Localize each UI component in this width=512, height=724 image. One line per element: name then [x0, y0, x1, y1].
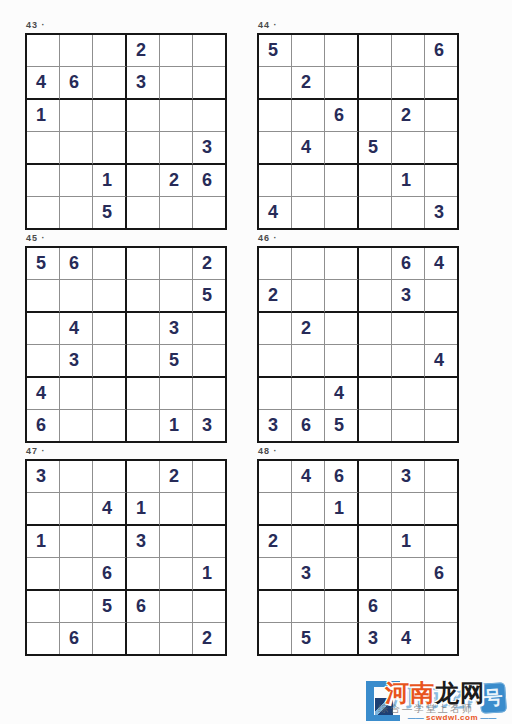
- watermark-logo-inner-icon: [375, 698, 393, 715]
- puzzle-block-43: 43 ·2463131265: [25, 20, 227, 230]
- p43-cell-r5c5: 2: [160, 165, 193, 197]
- sudoku-grid-44: 5626245143: [257, 33, 459, 230]
- p43-cell-r4c3: [93, 132, 127, 165]
- p46-cell-r6c3: 5: [325, 410, 359, 441]
- p47-cell-r6c6: 2: [193, 623, 225, 654]
- p46-cell-r5c3: 4: [325, 378, 359, 410]
- p43-cell-r1c3: [93, 35, 127, 67]
- p47-cell-r3c6: [193, 526, 225, 558]
- p47-cell-r3c2: [60, 526, 93, 558]
- p47-cell-r4c2: [60, 558, 93, 591]
- p47-cell-r4c1: [27, 558, 60, 591]
- p45-cell-r3c2: 4: [60, 313, 93, 345]
- p45-cell-r5c5: [160, 378, 193, 410]
- p48-cell-r1c2: 4: [292, 461, 325, 493]
- p43-cell-r6c3: 5: [93, 197, 127, 228]
- p47-cell-r6c1: [27, 623, 60, 654]
- p46-cell-r1c3: [325, 248, 359, 280]
- p46-cell-r3c6: [425, 313, 457, 345]
- sudoku-grid-45: 562543354613: [25, 246, 227, 443]
- p46-cell-r1c6: 4: [425, 248, 457, 280]
- p44-cell-r4c5: [392, 132, 425, 165]
- puzzle-block-48: 48 ·463121366534: [257, 446, 459, 656]
- p45-cell-r5c3: [93, 378, 127, 410]
- p43-cell-r3c5: [160, 100, 193, 132]
- p48-cell-r6c4: 3: [359, 623, 392, 654]
- domain-text: scwdwl.com: [426, 713, 478, 722]
- p45-cell-r2c2: [60, 280, 93, 313]
- p45-cell-r6c2: [60, 410, 93, 441]
- sudoku-grid-46: 6423244365: [257, 246, 459, 443]
- p48-cell-r3c5: 1: [392, 526, 425, 558]
- p44-cell-r6c2: [292, 197, 325, 228]
- p44-cell-r2c1: [259, 67, 292, 100]
- p47-cell-r5c5: [160, 591, 193, 623]
- p48-cell-r3c4: [359, 526, 392, 558]
- p45-cell-r4c3: [93, 345, 127, 378]
- p45-cell-r2c3: [93, 280, 127, 313]
- p48-cell-r2c2: [292, 493, 325, 526]
- p44-cell-r3c2: [292, 100, 325, 132]
- p44-cell-r2c4: [359, 67, 392, 100]
- p46-cell-r6c6: [425, 410, 457, 441]
- p44-cell-r3c6: [425, 100, 457, 132]
- p47-cell-r3c5: [160, 526, 193, 558]
- p46-cell-r3c5: [392, 313, 425, 345]
- p43-cell-r3c1: 1: [27, 100, 60, 132]
- p47-cell-r2c6: [193, 493, 225, 526]
- p44-cell-r1c4: [359, 35, 392, 67]
- p46-cell-r6c5: [392, 410, 425, 441]
- puzzle-label-47: 47 ·: [26, 446, 227, 457]
- p43-cell-r2c3: [93, 67, 127, 100]
- brand-echo-rest: 龙网: [441, 683, 491, 710]
- p48-cell-r5c6: [425, 591, 457, 623]
- p48-cell-r4c1: [259, 558, 292, 591]
- p47-cell-r3c1: 1: [27, 526, 60, 558]
- p46-cell-r5c4: [359, 378, 392, 410]
- p45-cell-r5c1: 4: [27, 378, 60, 410]
- p45-cell-r6c1: 6: [27, 410, 60, 441]
- p43-cell-r2c1: 4: [27, 67, 60, 100]
- p48-cell-r6c2: 5: [292, 623, 325, 654]
- watermark-brand-text: 河南龙网: [385, 677, 485, 709]
- p46-cell-r4c5: [392, 345, 425, 378]
- p48-cell-r2c5: [392, 493, 425, 526]
- p47-cell-r6c3: [93, 623, 127, 654]
- p46-cell-r4c2: [292, 345, 325, 378]
- p46-cell-r6c1: 3: [259, 410, 292, 441]
- p46-cell-r4c6: 4: [425, 345, 457, 378]
- p46-cell-r3c1: [259, 313, 292, 345]
- p47-cell-r4c5: [160, 558, 193, 591]
- p44-cell-r3c5: 2: [392, 100, 425, 132]
- p45-cell-r2c6: 5: [193, 280, 225, 313]
- p44-cell-r6c4: [359, 197, 392, 228]
- p43-cell-r4c4: [127, 132, 160, 165]
- p46-cell-r1c2: [292, 248, 325, 280]
- p43-cell-r2c5: [160, 67, 193, 100]
- p44-cell-r3c3: 6: [325, 100, 359, 132]
- p46-cell-r2c4: [359, 280, 392, 313]
- p48-cell-r1c1: [259, 461, 292, 493]
- p44-cell-r5c4: [359, 165, 392, 197]
- watermark-brand-echo: 河南龙网: [391, 681, 491, 713]
- watermark-tagline: 综合—学堂上名师: [378, 702, 506, 716]
- p46-cell-r5c2: [292, 378, 325, 410]
- p48-cell-r5c2: [292, 591, 325, 623]
- p47-cell-r6c2: 6: [60, 623, 93, 654]
- p45-cell-r5c2: [60, 378, 93, 410]
- p47-cell-r5c6: [193, 591, 225, 623]
- p48-cell-r4c5: [392, 558, 425, 591]
- p46-cell-r2c5: 3: [392, 280, 425, 313]
- watermark-domain-line: —— scwdwl.com ——: [398, 713, 506, 723]
- p43-cell-r3c6: [193, 100, 225, 132]
- p48-cell-r4c6: 6: [425, 558, 457, 591]
- p44-cell-r4c3: [325, 132, 359, 165]
- p47-cell-r1c6: [193, 461, 225, 493]
- p48-cell-r1c4: [359, 461, 392, 493]
- p43-cell-r5c6: 6: [193, 165, 225, 197]
- puzzle-block-44: 44 ·5626245143: [257, 20, 459, 230]
- puzzle-label-44: 44 ·: [258, 20, 459, 31]
- sudoku-grid-43: 2463131265: [25, 33, 227, 230]
- puzzle-label-46: 46 ·: [258, 233, 459, 244]
- sudoku-grid-47: 324113615662: [25, 459, 227, 656]
- p48-cell-r2c4: [359, 493, 392, 526]
- p48-cell-r5c4: 6: [359, 591, 392, 623]
- p48-cell-r6c3: [325, 623, 359, 654]
- p45-cell-r5c4: [127, 378, 160, 410]
- p47-cell-r5c1: [27, 591, 60, 623]
- p45-cell-r2c1: [27, 280, 60, 313]
- p44-cell-r2c5: [392, 67, 425, 100]
- p47-cell-r3c3: [93, 526, 127, 558]
- p44-cell-r4c1: [259, 132, 292, 165]
- p47-cell-r5c3: 5: [93, 591, 127, 623]
- p48-cell-r1c6: [425, 461, 457, 493]
- p43-cell-r6c2: [60, 197, 93, 228]
- p44-cell-r6c3: [325, 197, 359, 228]
- p47-cell-r3c4: 3: [127, 526, 160, 558]
- p45-cell-r1c6: 2: [193, 248, 225, 280]
- p44-cell-r3c1: [259, 100, 292, 132]
- p45-cell-r6c4: [127, 410, 160, 441]
- p46-cell-r6c4: [359, 410, 392, 441]
- p43-cell-r2c6: [193, 67, 225, 100]
- watermark-bracket-logo-icon: [366, 681, 400, 721]
- p44-cell-r1c2: [292, 35, 325, 67]
- p48-cell-r5c5: [392, 591, 425, 623]
- p45-cell-r6c3: [93, 410, 127, 441]
- p44-cell-r1c6: 6: [425, 35, 457, 67]
- p48-cell-r6c6: [425, 623, 457, 654]
- p47-cell-r2c4: 1: [127, 493, 160, 526]
- brand-echo-first: 河南: [391, 683, 441, 710]
- p43-cell-r6c5: [160, 197, 193, 228]
- p44-cell-r2c6: [425, 67, 457, 100]
- p45-cell-r1c4: [127, 248, 160, 280]
- p48-cell-r2c6: [425, 493, 457, 526]
- p45-cell-r3c3: [93, 313, 127, 345]
- p43-cell-r6c6: [193, 197, 225, 228]
- p44-cell-r6c5: [392, 197, 425, 228]
- p45-cell-r3c5: 3: [160, 313, 193, 345]
- p47-cell-r1c3: [93, 461, 127, 493]
- p44-cell-r5c2: [292, 165, 325, 197]
- p48-cell-r6c5: 4: [392, 623, 425, 654]
- p46-cell-r2c3: [325, 280, 359, 313]
- p43-cell-r1c1: [27, 35, 60, 67]
- p46-cell-r3c3: [325, 313, 359, 345]
- p45-cell-r1c1: 5: [27, 248, 60, 280]
- watermark-seal-icon: 号: [479, 682, 507, 714]
- p48-cell-r1c5: 3: [392, 461, 425, 493]
- p45-cell-r2c5: [160, 280, 193, 313]
- brand-rest: 龙网: [435, 679, 485, 706]
- domain-dash-left: ——: [408, 713, 424, 722]
- p48-cell-r4c3: [325, 558, 359, 591]
- brand-first: 河南: [385, 679, 435, 706]
- p44-cell-r1c5: [392, 35, 425, 67]
- p43-cell-r2c4: 3: [127, 67, 160, 100]
- p47-cell-r2c2: [60, 493, 93, 526]
- p43-cell-r3c3: [93, 100, 127, 132]
- p43-cell-r4c5: [160, 132, 193, 165]
- p47-cell-r6c4: [127, 623, 160, 654]
- p44-cell-r4c2: 4: [292, 132, 325, 165]
- p48-cell-r3c2: [292, 526, 325, 558]
- p43-cell-r1c4: 2: [127, 35, 160, 67]
- p43-cell-r1c6: [193, 35, 225, 67]
- p45-cell-r2c4: [127, 280, 160, 313]
- p43-cell-r5c1: [27, 165, 60, 197]
- p44-cell-r1c1: 5: [259, 35, 292, 67]
- p48-cell-r3c1: 2: [259, 526, 292, 558]
- p46-cell-r3c2: 2: [292, 313, 325, 345]
- p43-cell-r1c2: [60, 35, 93, 67]
- p46-cell-r1c5: 6: [392, 248, 425, 280]
- p43-cell-r6c4: [127, 197, 160, 228]
- p48-cell-r5c3: [325, 591, 359, 623]
- puzzle-label-43: 43 ·: [26, 20, 227, 31]
- p44-cell-r5c6: [425, 165, 457, 197]
- p47-cell-r5c4: 6: [127, 591, 160, 623]
- p45-cell-r3c4: [127, 313, 160, 345]
- puzzle-block-46: 46 ·6423244365: [257, 233, 459, 443]
- p46-cell-r2c6: [425, 280, 457, 313]
- p48-cell-r3c6: [425, 526, 457, 558]
- domain-dash-right: ——: [480, 713, 496, 722]
- sudoku-grid-48: 463121366534: [257, 459, 459, 656]
- p43-cell-r1c5: [160, 35, 193, 67]
- p44-cell-r5c1: [259, 165, 292, 197]
- p44-cell-r4c6: [425, 132, 457, 165]
- p46-cell-r5c1: [259, 378, 292, 410]
- p45-cell-r3c6: [193, 313, 225, 345]
- p48-cell-r1c3: 6: [325, 461, 359, 493]
- p43-cell-r2c2: 6: [60, 67, 93, 100]
- p43-cell-r4c1: [27, 132, 60, 165]
- p48-cell-r3c3: [325, 526, 359, 558]
- p44-cell-r6c6: 3: [425, 197, 457, 228]
- p43-cell-r3c2: [60, 100, 93, 132]
- p47-cell-r6c5: [160, 623, 193, 654]
- p46-cell-r1c4: [359, 248, 392, 280]
- p46-cell-r2c1: 2: [259, 280, 292, 313]
- p45-cell-r6c6: 3: [193, 410, 225, 441]
- p44-cell-r4c4: 5: [359, 132, 392, 165]
- p47-cell-r5c2: [60, 591, 93, 623]
- puzzle-block-45: 45 ·562543354613: [25, 233, 227, 443]
- p47-cell-r1c1: 3: [27, 461, 60, 493]
- p45-cell-r4c6: [193, 345, 225, 378]
- p47-cell-r1c2: [60, 461, 93, 493]
- p45-cell-r4c1: [27, 345, 60, 378]
- p47-cell-r4c4: [127, 558, 160, 591]
- p46-cell-r1c1: [259, 248, 292, 280]
- p44-cell-r6c1: 4: [259, 197, 292, 228]
- p47-cell-r1c4: [127, 461, 160, 493]
- p45-cell-r6c5: 1: [160, 410, 193, 441]
- p44-cell-r5c3: [325, 165, 359, 197]
- p45-cell-r4c5: 5: [160, 345, 193, 378]
- p47-cell-r2c3: 4: [93, 493, 127, 526]
- p46-cell-r3c4: [359, 313, 392, 345]
- seal-character: 号: [483, 684, 504, 711]
- p48-cell-r5c1: [259, 591, 292, 623]
- p48-cell-r4c2: 3: [292, 558, 325, 591]
- p45-cell-r4c4: [127, 345, 160, 378]
- p45-cell-r1c3: [93, 248, 127, 280]
- p44-cell-r5c5: 1: [392, 165, 425, 197]
- p45-cell-r5c6: [193, 378, 225, 410]
- p44-cell-r1c3: [325, 35, 359, 67]
- p46-cell-r4c1: [259, 345, 292, 378]
- p45-cell-r3c1: [27, 313, 60, 345]
- p43-cell-r4c2: [60, 132, 93, 165]
- p43-cell-r5c4: [127, 165, 160, 197]
- p45-cell-r1c2: 6: [60, 248, 93, 280]
- p48-cell-r6c1: [259, 623, 292, 654]
- p47-cell-r2c5: [160, 493, 193, 526]
- p45-cell-r1c5: [160, 248, 193, 280]
- sudoku-worksheet-page: 43 ·246313126544 ·562624514345 ·56254335…: [0, 0, 512, 724]
- p43-cell-r5c3: 1: [93, 165, 127, 197]
- p46-cell-r5c6: [425, 378, 457, 410]
- p44-cell-r2c2: 2: [292, 67, 325, 100]
- p47-cell-r2c1: [27, 493, 60, 526]
- p46-cell-r4c4: [359, 345, 392, 378]
- p43-cell-r3c4: [127, 100, 160, 132]
- p45-cell-r4c2: 3: [60, 345, 93, 378]
- p46-cell-r5c5: [392, 378, 425, 410]
- p47-cell-r4c3: 6: [93, 558, 127, 591]
- p46-cell-r2c2: [292, 280, 325, 313]
- p44-cell-r3c4: [359, 100, 392, 132]
- puzzle-block-47: 47 ·324113615662: [25, 446, 227, 656]
- p48-cell-r4c4: [359, 558, 392, 591]
- p44-cell-r2c3: [325, 67, 359, 100]
- p47-cell-r1c5: 2: [160, 461, 193, 493]
- p46-cell-r6c2: 6: [292, 410, 325, 441]
- p43-cell-r6c1: [27, 197, 60, 228]
- p46-cell-r4c3: [325, 345, 359, 378]
- p48-cell-r2c3: 1: [325, 493, 359, 526]
- puzzle-label-45: 45 ·: [26, 233, 227, 244]
- p47-cell-r4c6: 1: [193, 558, 225, 591]
- p43-cell-r4c6: 3: [193, 132, 225, 165]
- p48-cell-r2c1: [259, 493, 292, 526]
- p43-cell-r5c2: [60, 165, 93, 197]
- puzzle-label-48: 48 ·: [258, 446, 459, 457]
